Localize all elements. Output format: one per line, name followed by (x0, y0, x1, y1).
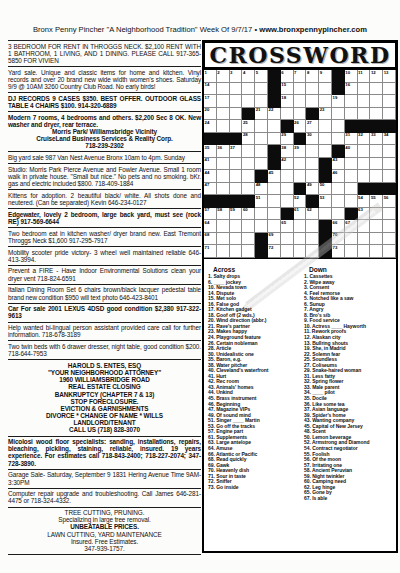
classified-ad: 3 BEDROOM FOR RENT IN THROGGS NECK. $2,1… (8, 41, 201, 67)
grid-cell: 5 (255, 70, 268, 83)
cell-number: 1 (205, 70, 207, 75)
grid-cell: 7 (294, 70, 307, 83)
cell-number: 53 (320, 195, 325, 200)
grid-cell (306, 145, 319, 158)
grid-cell (230, 183, 243, 196)
grid-cell: 61 (294, 208, 307, 221)
cell-number: 58 (217, 207, 222, 212)
ad-text-line: STOP FORECLOSURE. (8, 398, 201, 405)
cell-number: 18 (281, 95, 286, 100)
grid-cell: 18 (281, 95, 294, 108)
ad-text-line: 3 BEDROOM FOR RENT IN THROGGS NECK. $2,1… (8, 43, 201, 64)
grid-cell: 68 (204, 233, 217, 246)
grid-cell: 24 (204, 120, 217, 133)
cell-number: 36 (217, 145, 222, 150)
grid-cell (294, 220, 307, 233)
grid-cell (345, 183, 358, 196)
grid-cell (370, 233, 383, 246)
grid-cell (370, 108, 383, 121)
grid-cell: 12 (370, 70, 383, 83)
ad-text-line: Italian Dining Room Set 6 chairs brown/b… (8, 286, 201, 300)
grid-cell (268, 133, 281, 146)
black-cell (255, 170, 268, 183)
grid-cell: 9 (319, 70, 332, 83)
grid-cell: 21 (255, 108, 268, 121)
cell-number: 38 (281, 145, 286, 150)
grid-cell (217, 220, 230, 233)
cell-number: 13 (384, 70, 389, 75)
black-cell (332, 145, 345, 158)
cell-number: 17 (205, 95, 210, 100)
grid-cell (230, 158, 243, 171)
grid-cell: 33 (370, 133, 383, 146)
cell-number: 64 (205, 220, 210, 225)
grid-cell (294, 158, 307, 171)
grid-cell (217, 183, 230, 196)
ad-text-line: Two twin beds with 6 drawer dresser, nig… (8, 343, 201, 357)
cell-number: 40 (345, 145, 350, 150)
grid-cell (281, 108, 294, 121)
black-cell (281, 120, 294, 133)
grid-cell (383, 145, 396, 158)
cell-number: 15 (281, 82, 286, 87)
ad-text-line: DIVORCE * CHANGE OF NAME * WILLS (8, 412, 201, 419)
cell-number: 23 (320, 107, 325, 112)
grid-cell: 2 (217, 70, 230, 83)
cell-number: 57 (205, 207, 210, 212)
cell-number: 25 (243, 120, 248, 125)
grid-cell: 1 (204, 70, 217, 83)
grid-cell: 3 (230, 70, 243, 83)
grid-cell (358, 158, 371, 171)
grid-cell (332, 108, 345, 121)
black-cell (319, 220, 332, 233)
classified-ad: Two bedroom eat in kitchen washer/ dryer… (8, 228, 201, 247)
ad-text-line: Insured. Free Estimates. (8, 538, 201, 545)
grid-cell (332, 195, 345, 208)
grid-cell: 26 (294, 120, 307, 133)
black-cell (383, 183, 396, 196)
grid-cell: 6 (281, 70, 294, 83)
grid-cell (358, 95, 371, 108)
crossword-title: CROSSWORD (204, 42, 396, 70)
grid-cell (255, 220, 268, 233)
grid-cell: 22 (268, 108, 281, 121)
cell-number: 28 (243, 132, 248, 137)
grid-cell: 27 (306, 120, 319, 133)
cell-number: 71 (205, 245, 210, 250)
grid-cell (268, 120, 281, 133)
ad-text-line: HAROLD S. ENTES, ESQ (8, 362, 201, 369)
grid-cell (358, 245, 371, 258)
grid-cell: 43 (332, 158, 345, 171)
grid-cell: 37 (230, 145, 243, 158)
grid-cell: 34 (383, 133, 396, 146)
grid-cell (370, 245, 383, 258)
grid-cell: 62 (306, 208, 319, 221)
black-cell (204, 195, 217, 208)
grid-cell (230, 95, 243, 108)
ad-text-line: Micolosi wood floor specialists: sanding… (8, 438, 201, 467)
grid-cell (345, 195, 358, 208)
black-cell (242, 195, 255, 208)
across-clues-column: Across 1. Salty drops6. ____ jockey10. N… (206, 266, 298, 501)
grid-cell (217, 83, 230, 96)
grid-cell (358, 233, 371, 246)
grid-cell (217, 233, 230, 246)
grid-cell (332, 120, 345, 133)
ad-text-line: Modern 7 rooms, 4 bedrooms and others. $… (8, 114, 201, 128)
black-cell (294, 183, 307, 196)
grid-cell: 41 (204, 158, 217, 171)
cell-number: 43 (333, 157, 338, 162)
black-cell (319, 158, 332, 171)
cell-number: 32 (358, 132, 363, 137)
ad-text-line: CALL US (718) 828-3070 (8, 426, 201, 433)
paper-title: Bronx Penny Pincher "A Neighborhood Trad… (33, 25, 252, 34)
black-cell (230, 195, 243, 208)
cell-number: 3 (230, 70, 232, 75)
grid-cell: 19 (332, 95, 345, 108)
grid-cell (255, 95, 268, 108)
ad-text-line: LAWN CUTTING, YARD MAINTENANCE (8, 531, 201, 538)
black-cell (255, 245, 268, 258)
grid-cell: 11 (358, 70, 371, 83)
black-cell (319, 170, 332, 183)
ad-text-line: REAL ESTATE CLOSING (8, 383, 201, 390)
ad-text-line: Prevent a FIRE - Have Indoor Environment… (8, 267, 201, 281)
grid-cell (294, 233, 307, 246)
grid-cell (230, 83, 243, 96)
cell-number: 72 (269, 245, 274, 250)
classified-ad: Edgewater, lovely 2 bedroom, large back … (8, 209, 201, 228)
ad-text-line: Two bedroom eat in kitchen washer/ dryer… (8, 230, 201, 244)
page-header: Bronx Penny Pincher "A Neighborhood Trad… (0, 25, 400, 34)
grid-cell: 48 (255, 183, 268, 196)
grid-cell: 46 (332, 170, 345, 183)
crossword-section: CROSSWORD 123456789101112131415161718192… (202, 40, 398, 553)
grid-cell: 17 (204, 95, 217, 108)
ad-text-line: Morris Park/ Williamsbridge Vicinity (8, 128, 201, 135)
cell-number: 45 (269, 170, 274, 175)
grid-cell (332, 133, 345, 146)
cell-number: 16 (345, 82, 350, 87)
grid-cell (281, 245, 294, 258)
grid-cell (268, 220, 281, 233)
classified-ad: Mobility scooter pride victory- 3 wheel … (8, 247, 201, 266)
cell-number: 60 (243, 207, 248, 212)
grid-cell: 14 (204, 83, 217, 96)
cell-number: 4 (243, 70, 245, 75)
cell-number: 21 (256, 107, 261, 112)
grid-cell (345, 108, 358, 121)
grid-cell: 29 (281, 133, 294, 146)
cell-number: 30 (307, 132, 312, 137)
cell-number: 9 (320, 70, 322, 75)
grid-cell (230, 233, 243, 246)
ad-text-line: Car For sale 2001 LEXUS 4DSD good condit… (8, 305, 201, 319)
grid-cell (319, 145, 332, 158)
grid-cell (242, 95, 255, 108)
cell-number: 42 (281, 157, 286, 162)
grid-cell: 15 (281, 83, 294, 96)
grid-cell (383, 83, 396, 96)
grid-cell (345, 158, 358, 171)
grid-cell (242, 158, 255, 171)
grid-cell (370, 83, 383, 96)
cell-number: 41 (205, 157, 210, 162)
black-cell (332, 83, 345, 96)
classified-ad: Car For sale 2001 LEXUS 4DSD good condit… (8, 304, 201, 323)
grid-cell: 16 (345, 83, 358, 96)
classified-ad: Two twin beds with 6 drawer dresser, nig… (8, 341, 201, 360)
ad-text-line: LANDLORD/TENANT (8, 419, 201, 426)
grid-cell: 69 (268, 233, 281, 246)
black-cell (217, 195, 230, 208)
grid-cell (242, 220, 255, 233)
grid-cell (255, 158, 268, 171)
black-cell (383, 120, 396, 133)
classified-ad: Italian Dining Room Set 6 chairs brown/b… (8, 285, 201, 304)
black-cell (370, 120, 383, 133)
grid-cell: 53 (319, 195, 332, 208)
grid-cell (370, 170, 383, 183)
cell-number: 66 (333, 220, 338, 225)
cell-number: 68 (205, 232, 210, 237)
black-cell (358, 120, 371, 133)
cell-number: 35 (205, 145, 210, 150)
cell-number: 19 (333, 95, 338, 100)
cell-number: 59 (230, 207, 235, 212)
cell-number: 54 (358, 195, 363, 200)
grid-cell: 25 (242, 120, 255, 133)
grid-cell: 49 (306, 183, 319, 196)
cell-number: 52 (294, 195, 299, 200)
grid-cell (358, 170, 371, 183)
cell-number: 56 (384, 195, 389, 200)
black-cell (306, 195, 319, 208)
black-cell (281, 208, 294, 221)
grid-cell (306, 220, 319, 233)
ad-text-line: Edgewater, lovely 2 bedroom, large back … (8, 211, 201, 225)
cell-number: 10 (345, 70, 350, 75)
grid-cell (255, 83, 268, 96)
cell-number: 34 (384, 132, 389, 137)
grid-cell (383, 158, 396, 171)
cell-number: 47 (205, 182, 210, 187)
grid-cell (217, 120, 230, 133)
ad-text-line: 1960 WILLIAMSBRIDGE ROAD (8, 376, 201, 383)
cell-number: 5 (256, 70, 258, 75)
black-cell (268, 158, 281, 171)
grid-cell: 31 (345, 133, 358, 146)
grid-cell (217, 245, 230, 258)
cell-number: 7 (294, 70, 296, 75)
classified-ad: DJ RECORDS 9 CASES $350. BEST OFFER. OUT… (8, 93, 201, 112)
clues-area: Across 1. Salty drops6. ____ jockey10. N… (204, 266, 396, 501)
grid-cell (281, 233, 294, 246)
grid-cell (319, 208, 332, 221)
black-cell (332, 70, 345, 83)
cell-number: 50 (320, 182, 325, 187)
grid-cell: 32 (358, 133, 371, 146)
cell-number: 31 (345, 132, 350, 137)
black-cell (268, 145, 281, 158)
black-cell (204, 133, 217, 146)
grid-cell (383, 208, 396, 221)
grid-cell (281, 183, 294, 196)
down-clue-list: 1. Cassettes2. Wipe away3. Consent4. Fee… (302, 274, 394, 501)
grid-cell: 60 (242, 208, 255, 221)
classified-ad: Kittens for adoption. 2 beautiful black/… (8, 190, 201, 209)
ad-text-line: Help wanted bi-lingual person assistant … (8, 324, 201, 338)
grid-cell: 10 (345, 70, 358, 83)
grid-cell (294, 170, 307, 183)
grid-cell (370, 95, 383, 108)
cell-number: 61 (294, 207, 299, 212)
black-cell (217, 133, 230, 146)
grid-cell (294, 83, 307, 96)
grid-cell: 65 (281, 220, 294, 233)
grid-cell (255, 145, 268, 158)
grid-cell (370, 220, 383, 233)
cell-number: 8 (307, 70, 309, 75)
grid-cell (332, 183, 345, 196)
grid-cell (383, 220, 396, 233)
cell-number: 12 (371, 70, 376, 75)
cell-number: 44 (205, 170, 210, 175)
cell-number: 46 (333, 170, 338, 175)
grid-cell: 58 (217, 208, 230, 221)
cell-number: 51 (256, 195, 261, 200)
black-cell (306, 108, 319, 121)
grid-cell (319, 95, 332, 108)
classified-ad: Yard sale. Unique and classic items for … (8, 67, 201, 93)
ad-text-line: EVICTION & GARNISHMENTS (8, 405, 201, 412)
grid-cell: 71 (204, 245, 217, 258)
grid-cell (370, 145, 383, 158)
ad-text-line: Studio: Morris Park Pierce Avenue and Fo… (8, 166, 201, 187)
grid-cell: 44 (204, 170, 217, 183)
grid-cell: 72 (268, 245, 281, 258)
grid-cell (319, 120, 332, 133)
ad-text-line: BANKRUPTCY (CHAPTER 7 & 13) (8, 391, 201, 398)
grid-cell (306, 170, 319, 183)
grid-cell (332, 208, 345, 221)
grid-cell (242, 83, 255, 96)
grid-cell (306, 83, 319, 96)
classified-ad: Garage Sale- Saturday, September 9 1831 … (8, 470, 201, 489)
grid-cell (358, 108, 371, 121)
classified-ad: Big yard sale 987 Van Nest Avenue Bronx … (8, 152, 201, 164)
grid-cell (319, 133, 332, 146)
down-clues-column: Down 1. Cassettes2. Wipe away3. Consent4… (302, 266, 394, 501)
grid-cell: 47 (204, 183, 217, 196)
classified-ad: Prevent a FIRE - Have Indoor Environment… (8, 266, 201, 285)
ad-text-line: "YOUR NEIGHBORHOOD ATTORNEY" (8, 369, 201, 376)
classified-ad: Computer repair upgrade and troubleshoot… (8, 489, 201, 508)
classified-ad: TREE CUTTING, PRUNING.Specializing in la… (8, 508, 201, 556)
grid-cell (268, 183, 281, 196)
grid-cell: 28 (242, 133, 255, 146)
grid-cell (217, 158, 230, 171)
grid-cell (383, 170, 396, 183)
ad-text-line: Garage Sale- Saturday, September 9 1831 … (8, 471, 201, 485)
ad-text-line: 718-239-2302 (8, 142, 201, 149)
grid-cell (345, 95, 358, 108)
grid-cell (255, 120, 268, 133)
cell-number: 11 (358, 70, 363, 75)
grid-cell: 30 (306, 133, 319, 146)
classified-ad: Studio: Morris Park Pierce Avenue and Fo… (8, 164, 201, 190)
cell-number: 39 (294, 145, 299, 150)
grid-cell (230, 108, 243, 121)
grid-cell: 35 (204, 145, 217, 158)
ad-text-line: Big yard sale 987 Van Nest Avenue Bronx … (8, 154, 201, 161)
grid-cell (383, 233, 396, 246)
black-cell (242, 108, 255, 121)
grid-cell: 50 (319, 183, 332, 196)
cell-number: 6 (281, 70, 283, 75)
grid-cell (383, 95, 396, 108)
grid-cell: 8 (306, 70, 319, 83)
grid-cell (345, 170, 358, 183)
grid-cell: 45 (268, 170, 281, 183)
grid-cell (217, 95, 230, 108)
grid-cell (217, 108, 230, 121)
ad-text-line: 347-939-1757. (8, 545, 201, 552)
black-cell (294, 133, 307, 146)
cell-number: 48 (256, 182, 261, 187)
grid-cell: 23 (319, 108, 332, 121)
ad-text-line: TREE CUTTING, PRUNING. (8, 509, 201, 516)
grid-cell: 38 (281, 145, 294, 158)
grid-cell (306, 233, 319, 246)
grid-cell: 54 (358, 195, 371, 208)
crossword-grid: 1234567891011121314151617181920212223242… (204, 70, 396, 259)
grid-cell: 51 (255, 195, 268, 208)
grid-cell (319, 83, 332, 96)
grid-cell: 64 (204, 220, 217, 233)
grid-cell: 13 (383, 70, 396, 83)
grid-cell (383, 245, 396, 258)
classified-ad: Help wanted bi-lingual person assistant … (8, 323, 201, 342)
black-cell (345, 120, 358, 133)
ad-text-line: DJ RECORDS 9 CASES $350. BEST OFFER. OUT… (8, 95, 201, 109)
grid-cell: 57 (204, 208, 217, 221)
grid-cell: 4 (242, 70, 255, 83)
paper-website: www.bronxpennypincher.com (259, 25, 367, 34)
cell-number: 2 (217, 70, 219, 75)
grid-cell: 59 (230, 208, 243, 221)
black-cell (230, 133, 243, 146)
grid-cell (255, 133, 268, 146)
header-bullet: • (254, 25, 257, 34)
ad-text-line: Mobility scooter pride victory- 3 wheel … (8, 249, 201, 263)
grid-cell (370, 158, 383, 171)
cell-number: 62 (307, 207, 312, 212)
classified-ad: HAROLD S. ENTES, ESQ"YOUR NEIGHBORHOOD A… (8, 360, 201, 436)
black-cell (268, 70, 281, 83)
black-cell (268, 95, 281, 108)
grid-cell (358, 145, 371, 158)
grid-cell (242, 183, 255, 196)
grid-cell (242, 170, 255, 183)
grid-cell (230, 220, 243, 233)
grid-cell (242, 245, 255, 258)
ad-text-line: Specializing in large tree removal. (8, 516, 201, 523)
cell-number: 26 (294, 120, 299, 125)
